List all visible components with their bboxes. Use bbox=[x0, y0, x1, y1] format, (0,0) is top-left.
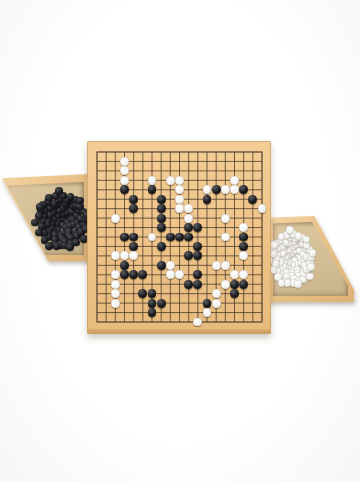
black-board-stone[interactable] bbox=[157, 214, 166, 223]
white-board-stone[interactable] bbox=[221, 261, 230, 270]
white-board-stone[interactable] bbox=[111, 214, 120, 223]
board-grid[interactable] bbox=[97, 152, 262, 322]
white-board-stone[interactable] bbox=[111, 299, 120, 308]
white-board-stone[interactable] bbox=[175, 195, 184, 204]
white-pile-stone bbox=[307, 263, 315, 271]
white-board-stone[interactable] bbox=[120, 157, 129, 166]
black-board-stone[interactable] bbox=[184, 280, 193, 289]
black-board-stone[interactable] bbox=[120, 261, 129, 270]
white-board-stone[interactable] bbox=[212, 299, 221, 308]
left-drawer[interactable] bbox=[2, 174, 89, 261]
black-pile-stone bbox=[55, 187, 63, 195]
black-board-stone[interactable] bbox=[212, 185, 221, 194]
white-board-stone[interactable] bbox=[212, 261, 221, 270]
black-board-stone[interactable] bbox=[157, 204, 166, 213]
black-pile-stone bbox=[31, 219, 39, 227]
black-board-stone[interactable] bbox=[157, 261, 166, 270]
black-pile-stone bbox=[35, 229, 43, 237]
white-board-stone[interactable] bbox=[166, 261, 175, 270]
white-board-stone[interactable] bbox=[239, 223, 248, 232]
white-board-stone[interactable] bbox=[111, 251, 120, 260]
black-board-stone[interactable] bbox=[129, 195, 138, 204]
white-pile-stone bbox=[306, 273, 314, 281]
black-board-stone[interactable] bbox=[193, 280, 202, 289]
black-board-stone[interactable] bbox=[203, 299, 212, 308]
black-stone-pile bbox=[2, 174, 89, 261]
white-board-stone[interactable] bbox=[111, 270, 120, 279]
white-stone-pile bbox=[268, 216, 354, 302]
white-board-stone[interactable] bbox=[184, 214, 193, 223]
white-board-stone[interactable] bbox=[111, 280, 120, 289]
white-board-stone[interactable] bbox=[230, 270, 239, 279]
black-pile-stone bbox=[67, 193, 75, 201]
black-board-stone[interactable] bbox=[175, 233, 184, 242]
black-board-stone[interactable] bbox=[239, 280, 248, 289]
white-board-stone[interactable] bbox=[166, 176, 175, 185]
black-board-stone[interactable] bbox=[148, 299, 157, 308]
go-board[interactable] bbox=[87, 141, 271, 334]
white-board-stone[interactable] bbox=[166, 270, 175, 279]
white-board-stone[interactable] bbox=[120, 176, 129, 185]
black-board-stone[interactable] bbox=[157, 195, 166, 204]
board-front-edge bbox=[87, 329, 271, 334]
white-pile-stone bbox=[295, 232, 303, 240]
white-board-stone[interactable] bbox=[175, 176, 184, 185]
black-board-stone[interactable] bbox=[120, 233, 129, 242]
black-board-stone[interactable] bbox=[129, 242, 138, 251]
white-board-stone[interactable] bbox=[230, 185, 239, 194]
white-board-stone[interactable] bbox=[148, 176, 157, 185]
right-drawer[interactable] bbox=[268, 216, 354, 302]
black-board-stone[interactable] bbox=[157, 242, 166, 251]
black-board-stone[interactable] bbox=[120, 270, 129, 279]
white-pile-stone bbox=[286, 226, 294, 234]
black-board-stone[interactable] bbox=[230, 289, 239, 298]
white-pile-stone bbox=[309, 249, 317, 257]
black-board-stone[interactable] bbox=[239, 242, 248, 251]
white-board-stone[interactable] bbox=[175, 270, 184, 279]
white-board-stone[interactable] bbox=[212, 289, 221, 298]
white-board-stone[interactable] bbox=[175, 204, 184, 213]
black-board-stone[interactable] bbox=[184, 223, 193, 232]
white-board-stone[interactable] bbox=[221, 185, 230, 194]
black-board-stone[interactable] bbox=[157, 299, 166, 308]
black-pile-stone bbox=[66, 243, 74, 251]
black-board-stone[interactable] bbox=[203, 195, 212, 204]
product-photo bbox=[0, 0, 360, 482]
white-board-stone[interactable] bbox=[193, 318, 202, 327]
black-board-stone[interactable] bbox=[248, 195, 257, 204]
white-board-stone[interactable] bbox=[258, 204, 267, 213]
white-board-stone[interactable] bbox=[111, 289, 120, 298]
white-board-stone[interactable] bbox=[230, 176, 239, 185]
black-board-stone[interactable] bbox=[166, 233, 175, 242]
black-board-stone[interactable] bbox=[120, 185, 129, 194]
black-pile-stone bbox=[45, 242, 53, 250]
black-pile-stone bbox=[36, 203, 44, 211]
white-board-stone[interactable] bbox=[221, 214, 230, 223]
white-board-stone[interactable] bbox=[221, 233, 230, 242]
white-board-stone[interactable] bbox=[175, 185, 184, 194]
white-pile-stone bbox=[270, 241, 278, 249]
black-board-stone[interactable] bbox=[193, 242, 202, 251]
black-board-stone[interactable] bbox=[157, 223, 166, 232]
white-board-stone[interactable] bbox=[221, 280, 230, 289]
black-board-stone[interactable] bbox=[230, 280, 239, 289]
white-pile-stone bbox=[294, 280, 302, 288]
